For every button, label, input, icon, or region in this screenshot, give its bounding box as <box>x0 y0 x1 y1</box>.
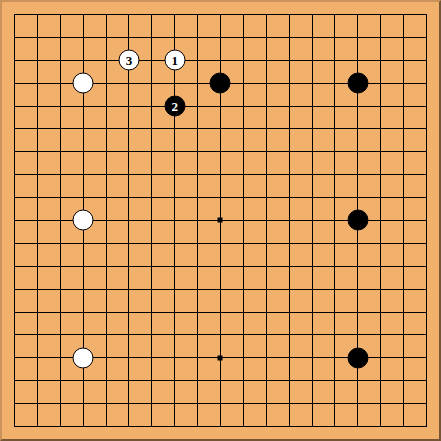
board-cell-K17 <box>209 49 232 72</box>
board-cell-N15 <box>278 95 301 118</box>
board-cell-L19 <box>232 3 255 26</box>
grid-line-horizontal <box>232 426 255 427</box>
grid-line-horizontal <box>49 243 72 244</box>
board-cell-D3 <box>72 369 95 392</box>
grid-line-horizontal <box>117 334 140 335</box>
board-cell-J6 <box>186 301 209 324</box>
grid-line-horizontal <box>346 60 369 61</box>
stone-white-D16 <box>73 73 94 94</box>
board-cell-T17 <box>415 49 438 72</box>
grid-line-horizontal <box>209 426 232 427</box>
grid-line-horizontal <box>255 14 278 15</box>
board-cell-N19 <box>278 3 301 26</box>
grid-line-horizontal <box>14 14 25 15</box>
board-cell-F4 <box>117 346 140 369</box>
grid-line-horizontal <box>301 403 324 404</box>
grid-line-horizontal <box>209 174 232 175</box>
grid-line-horizontal <box>369 357 392 358</box>
grid-line-horizontal <box>392 174 415 175</box>
board-cell-J2 <box>186 392 209 415</box>
board-cell-N9 <box>278 232 301 255</box>
board-cell-J3 <box>186 369 209 392</box>
board-cell-C18 <box>49 26 72 49</box>
board-cell-D19 <box>72 3 95 26</box>
grid-line-horizontal <box>415 197 426 198</box>
stone-white-move-3-F17: 3 <box>118 50 139 71</box>
board-cell-R2 <box>369 392 392 415</box>
grid-line-horizontal <box>26 357 49 358</box>
board-cell-R15 <box>369 95 392 118</box>
grid-line-horizontal <box>186 174 209 175</box>
board-cell-S14 <box>392 117 415 140</box>
grid-line-horizontal <box>163 334 186 335</box>
grid-line-vertical <box>243 14 244 25</box>
grid-line-horizontal <box>49 106 72 107</box>
grid-line-horizontal <box>186 334 209 335</box>
board-cell-T9 <box>415 232 438 255</box>
grid-line-horizontal <box>278 266 301 267</box>
board-cell-R7 <box>369 278 392 301</box>
board-cell-P19 <box>324 3 347 26</box>
board-cell-E14 <box>95 117 118 140</box>
board-cell-N7 <box>278 278 301 301</box>
board-cell-O15 <box>301 95 324 118</box>
grid-line-horizontal <box>301 151 324 152</box>
grid-line-horizontal <box>369 174 392 175</box>
grid-line-horizontal <box>209 312 232 313</box>
board-cell-T8 <box>415 255 438 278</box>
grid-line-horizontal <box>186 266 209 267</box>
board-cell-A11 <box>3 186 26 209</box>
board-cell-H16 <box>163 72 186 95</box>
grid-line-horizontal <box>26 37 49 38</box>
grid-line-horizontal <box>26 14 49 15</box>
board-cell-A1 <box>3 415 26 438</box>
grid-line-horizontal <box>255 174 278 175</box>
board-cell-G6 <box>140 301 163 324</box>
board-cell-L10 <box>232 209 255 232</box>
board-cell-R8 <box>369 255 392 278</box>
grid-line-horizontal <box>72 174 95 175</box>
grid-line-horizontal <box>255 197 278 198</box>
board-cell-N1 <box>278 415 301 438</box>
board-cell-A2 <box>3 392 26 415</box>
grid-line-horizontal <box>232 334 255 335</box>
board-cell-S4 <box>392 346 415 369</box>
board-cell-S16 <box>392 72 415 95</box>
grid-line-vertical <box>426 14 427 25</box>
grid-line-horizontal <box>346 380 369 381</box>
board-cell-C12 <box>49 163 72 186</box>
grid-line-horizontal <box>95 128 118 129</box>
board-cell-R5 <box>369 324 392 347</box>
board-cell-G15 <box>140 95 163 118</box>
board-cell-O11 <box>301 186 324 209</box>
board-cell-O12 <box>301 163 324 186</box>
board-cell-F19 <box>117 3 140 26</box>
grid-line-horizontal <box>49 83 72 84</box>
board-cell-K1 <box>209 415 232 438</box>
grid-line-horizontal <box>415 220 426 221</box>
board-cell-Q15 <box>346 95 369 118</box>
grid-line-horizontal <box>14 151 25 152</box>
grid-line-horizontal <box>163 128 186 129</box>
grid-line-vertical <box>289 14 290 25</box>
grid-line-horizontal <box>186 312 209 313</box>
board-cell-Q18 <box>346 26 369 49</box>
board-cell-C15 <box>49 95 72 118</box>
board-cell-F10 <box>117 209 140 232</box>
board-cell-E15 <box>95 95 118 118</box>
grid-line-horizontal <box>209 197 232 198</box>
board-cell-Q19 <box>346 3 369 26</box>
board-cell-P3 <box>324 369 347 392</box>
board-cell-L4 <box>232 346 255 369</box>
board-cell-H5 <box>163 324 186 347</box>
board-cell-R13 <box>369 140 392 163</box>
board-cell-N14 <box>278 117 301 140</box>
board-cell-G7 <box>140 278 163 301</box>
grid-line-horizontal <box>346 106 369 107</box>
grid-line-horizontal <box>232 312 255 313</box>
grid-line-vertical <box>380 415 381 426</box>
board-cell-M19 <box>255 3 278 26</box>
board-cell-K4 <box>209 346 232 369</box>
board-cell-C10 <box>49 209 72 232</box>
grid-line-horizontal <box>232 220 255 221</box>
board-cell-D13 <box>72 140 95 163</box>
board-cell-F11 <box>117 186 140 209</box>
board-cell-P5 <box>324 324 347 347</box>
board-cell-N17 <box>278 49 301 72</box>
grid-line-horizontal <box>140 151 163 152</box>
board-cell-D15 <box>72 95 95 118</box>
board-cell-D8 <box>72 255 95 278</box>
grid-line-horizontal <box>232 83 255 84</box>
grid-line-horizontal <box>49 197 72 198</box>
grid-line-horizontal <box>369 197 392 198</box>
board-cell-E17 <box>95 49 118 72</box>
grid-line-horizontal <box>278 14 301 15</box>
grid-line-horizontal <box>301 128 324 129</box>
grid-line-horizontal <box>255 128 278 129</box>
grid-line-vertical <box>334 415 335 426</box>
grid-line-horizontal <box>72 312 95 313</box>
board-cell-O3 <box>301 369 324 392</box>
board-cell-M18 <box>255 26 278 49</box>
grid-line-horizontal <box>140 197 163 198</box>
board-cell-D11 <box>72 186 95 209</box>
grid-line-horizontal <box>14 357 25 358</box>
grid-line-horizontal <box>232 14 255 15</box>
board-cell-Q14 <box>346 117 369 140</box>
grid-line-horizontal <box>163 83 186 84</box>
grid-line-horizontal <box>117 243 140 244</box>
grid-line-horizontal <box>369 128 392 129</box>
board-cell-R16 <box>369 72 392 95</box>
board-cell-A7 <box>3 278 26 301</box>
board-cell-E8 <box>95 255 118 278</box>
grid-line-horizontal <box>324 220 347 221</box>
board-cell-B12 <box>26 163 49 186</box>
grid-line-horizontal <box>346 312 369 313</box>
grid-line-horizontal <box>415 403 426 404</box>
grid-line-horizontal <box>415 37 426 38</box>
board-cell-E10 <box>95 209 118 232</box>
board-cell-O9 <box>301 232 324 255</box>
grid-line-horizontal <box>95 220 118 221</box>
board-cell-A6 <box>3 301 26 324</box>
board-cell-P13 <box>324 140 347 163</box>
grid-line-horizontal <box>346 243 369 244</box>
board-cell-C2 <box>49 392 72 415</box>
board-cell-T2 <box>415 392 438 415</box>
board-cell-K7 <box>209 278 232 301</box>
grid-line-horizontal <box>26 380 49 381</box>
board-cell-F7 <box>117 278 140 301</box>
board-cell-J19 <box>186 3 209 26</box>
grid-line-horizontal <box>415 106 426 107</box>
grid-line-horizontal <box>26 106 49 107</box>
grid-line-horizontal <box>369 289 392 290</box>
grid-line-horizontal <box>392 128 415 129</box>
board-cell-L17 <box>232 49 255 72</box>
board-cell-A15 <box>3 95 26 118</box>
grid-line-horizontal <box>278 403 301 404</box>
board-cell-K3 <box>209 369 232 392</box>
grid-line-horizontal <box>346 266 369 267</box>
board-cell-M4 <box>255 346 278 369</box>
board-cell-L18 <box>232 26 255 49</box>
grid-line-horizontal <box>324 83 347 84</box>
board-cell-K14 <box>209 117 232 140</box>
grid-line-horizontal <box>95 357 118 358</box>
grid-line-horizontal <box>140 289 163 290</box>
grid-line-horizontal <box>415 14 426 15</box>
board-cell-J5 <box>186 324 209 347</box>
board-cell-S3 <box>392 369 415 392</box>
grid-line-horizontal <box>255 106 278 107</box>
grid-line-vertical <box>426 415 427 426</box>
board-cell-N13 <box>278 140 301 163</box>
board-cell-L6 <box>232 301 255 324</box>
grid-line-horizontal <box>14 60 25 61</box>
grid-line-horizontal <box>209 14 232 15</box>
board-cell-T4 <box>415 346 438 369</box>
grid-line-horizontal <box>415 357 426 358</box>
board-cell-B2 <box>26 392 49 415</box>
board-cell-L3 <box>232 369 255 392</box>
board-cell-G1 <box>140 415 163 438</box>
grid-line-horizontal <box>392 243 415 244</box>
grid-line-horizontal <box>49 60 72 61</box>
board-cell-E18 <box>95 26 118 49</box>
grid-line-horizontal <box>14 174 25 175</box>
grid-line-vertical <box>380 14 381 25</box>
grid-line-horizontal <box>301 106 324 107</box>
grid-line-horizontal <box>186 14 209 15</box>
grid-line-horizontal <box>232 403 255 404</box>
board-cell-L7 <box>232 278 255 301</box>
board-cell-M17 <box>255 49 278 72</box>
grid-line-horizontal <box>324 289 347 290</box>
board-cell-L12 <box>232 163 255 186</box>
board-cell-O2 <box>301 392 324 415</box>
board-cell-Q3 <box>346 369 369 392</box>
board-cell-E1 <box>95 415 118 438</box>
grid-line-vertical <box>14 14 15 25</box>
board-cell-R11 <box>369 186 392 209</box>
board-cell-C14 <box>49 117 72 140</box>
board-cell-F12 <box>117 163 140 186</box>
grid-line-vertical <box>37 14 38 25</box>
board-cell-D4 <box>72 346 95 369</box>
grid-line-horizontal <box>415 151 426 152</box>
board-cell-T6 <box>415 301 438 324</box>
grid-line-horizontal <box>255 243 278 244</box>
grid-line-horizontal <box>186 380 209 381</box>
grid-line-vertical <box>128 415 129 426</box>
board-cell-N10 <box>278 209 301 232</box>
grid-line-horizontal <box>26 151 49 152</box>
board-cell-N18 <box>278 26 301 49</box>
grid-line-horizontal <box>14 106 25 107</box>
board-cell-Q11 <box>346 186 369 209</box>
board-cell-K13 <box>209 140 232 163</box>
grid-line-horizontal <box>301 37 324 38</box>
board-cell-C13 <box>49 140 72 163</box>
board-cell-G10 <box>140 209 163 232</box>
grid-line-horizontal <box>392 380 415 381</box>
grid-line-horizontal <box>255 334 278 335</box>
board-cell-P6 <box>324 301 347 324</box>
grid-line-horizontal <box>186 128 209 129</box>
grid-line-horizontal <box>209 380 232 381</box>
board-cell-L2 <box>232 392 255 415</box>
grid-line-horizontal <box>49 426 72 427</box>
grid-line-horizontal <box>95 151 118 152</box>
grid-line-horizontal <box>26 60 49 61</box>
grid-line-vertical <box>334 14 335 25</box>
grid-line-horizontal <box>255 220 278 221</box>
grid-line-vertical <box>151 415 152 426</box>
grid-line-horizontal <box>324 266 347 267</box>
board-cell-G3 <box>140 369 163 392</box>
grid-line-horizontal <box>140 106 163 107</box>
board-cell-D2 <box>72 392 95 415</box>
grid-line-horizontal <box>232 289 255 290</box>
grid-line-horizontal <box>49 357 72 358</box>
stone-white-D10 <box>73 210 94 231</box>
board-cell-G12 <box>140 163 163 186</box>
stone-black-move-2-H15: 2 <box>164 96 185 117</box>
board-cell-C9 <box>49 232 72 255</box>
grid-line-horizontal <box>301 220 324 221</box>
grid-line-horizontal <box>14 380 25 381</box>
grid-line-horizontal <box>163 312 186 313</box>
board-cell-S15 <box>392 95 415 118</box>
board-cell-G11 <box>140 186 163 209</box>
grid-line-horizontal <box>346 14 369 15</box>
board-cell-M16 <box>255 72 278 95</box>
board-cell-D14 <box>72 117 95 140</box>
grid-line-horizontal <box>26 403 49 404</box>
board-cell-T5 <box>415 324 438 347</box>
board-cell-E16 <box>95 72 118 95</box>
grid-line-horizontal <box>95 14 118 15</box>
grid-line-horizontal <box>415 312 426 313</box>
grid-line-horizontal <box>255 426 278 427</box>
board-cell-C5 <box>49 324 72 347</box>
board-cell-Q4 <box>346 346 369 369</box>
board-cell-T13 <box>415 140 438 163</box>
grid-line-horizontal <box>301 334 324 335</box>
board-cell-B9 <box>26 232 49 255</box>
hoshi-dot-K10 <box>218 218 223 223</box>
board-cell-H4 <box>163 346 186 369</box>
grid-line-horizontal <box>392 83 415 84</box>
grid-line-horizontal <box>72 14 95 15</box>
board-cell-R6 <box>369 301 392 324</box>
grid-line-horizontal <box>232 128 255 129</box>
board-cell-J17 <box>186 49 209 72</box>
grid-line-horizontal <box>14 243 25 244</box>
board-cell-K6 <box>209 301 232 324</box>
board-cell-J4 <box>186 346 209 369</box>
grid-line-vertical <box>220 415 221 426</box>
grid-line-horizontal <box>26 83 49 84</box>
hoshi-dot-K4 <box>218 355 223 360</box>
grid-line-horizontal <box>140 14 163 15</box>
grid-line-vertical <box>174 415 175 426</box>
grid-line-horizontal <box>163 289 186 290</box>
grid-line-horizontal <box>49 334 72 335</box>
board-cell-Q6 <box>346 301 369 324</box>
board-cell-T14 <box>415 117 438 140</box>
board-cell-D1 <box>72 415 95 438</box>
grid-line-horizontal <box>301 83 324 84</box>
grid-line-horizontal <box>14 403 25 404</box>
board-cell-E7 <box>95 278 118 301</box>
board-cell-F16 <box>117 72 140 95</box>
grid-line-horizontal <box>278 151 301 152</box>
grid-line-horizontal <box>392 60 415 61</box>
board-cell-E9 <box>95 232 118 255</box>
grid-line-horizontal <box>140 426 163 427</box>
grid-line-horizontal <box>72 106 95 107</box>
grid-line-vertical <box>197 14 198 25</box>
grid-line-horizontal <box>95 174 118 175</box>
grid-line-vertical <box>243 415 244 426</box>
grid-line-horizontal <box>324 128 347 129</box>
grid-line-horizontal <box>369 14 392 15</box>
grid-line-horizontal <box>278 380 301 381</box>
grid-line-horizontal <box>72 128 95 129</box>
go-board-grid: 312 <box>0 0 441 441</box>
grid-line-horizontal <box>324 357 347 358</box>
board-cell-D17 <box>72 49 95 72</box>
board-cell-F18 <box>117 26 140 49</box>
grid-line-horizontal <box>49 380 72 381</box>
board-cell-R3 <box>369 369 392 392</box>
grid-line-horizontal <box>140 312 163 313</box>
grid-line-horizontal <box>14 197 25 198</box>
grid-line-horizontal <box>301 289 324 290</box>
board-cell-A10 <box>3 209 26 232</box>
grid-line-horizontal <box>369 60 392 61</box>
grid-line-horizontal <box>209 334 232 335</box>
board-cell-G16 <box>140 72 163 95</box>
